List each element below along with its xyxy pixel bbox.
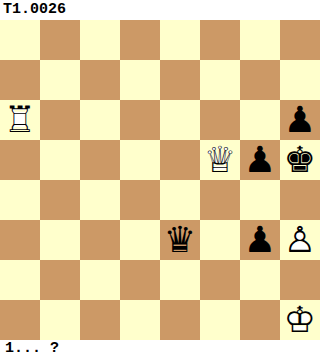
square-h1[interactable]: ♚♔ <box>280 300 320 340</box>
white-queen[interactable]: ♕ <box>200 140 240 180</box>
square-d2[interactable] <box>120 260 160 300</box>
square-h3[interactable]: ♟♙ <box>280 220 320 260</box>
square-f7[interactable] <box>200 60 240 100</box>
square-e7[interactable] <box>160 60 200 100</box>
black-queen[interactable]: ♛ <box>160 220 200 260</box>
square-a4[interactable] <box>0 180 40 220</box>
square-e4[interactable] <box>160 180 200 220</box>
square-b2[interactable] <box>40 260 80 300</box>
square-d4[interactable] <box>120 180 160 220</box>
square-d8[interactable] <box>120 20 160 60</box>
square-e3[interactable]: ♛ <box>160 220 200 260</box>
square-f5[interactable]: ♛♕ <box>200 140 240 180</box>
square-g7[interactable] <box>240 60 280 100</box>
square-g4[interactable] <box>240 180 280 220</box>
square-h8[interactable] <box>280 20 320 60</box>
white-rook[interactable]: ♖ <box>0 100 40 140</box>
square-b4[interactable] <box>40 180 80 220</box>
square-c3[interactable] <box>80 220 120 260</box>
square-g6[interactable] <box>240 100 280 140</box>
square-h6[interactable]: ♟ <box>280 100 320 140</box>
square-h4[interactable] <box>280 180 320 220</box>
square-c4[interactable] <box>80 180 120 220</box>
move-prompt-label: 1... ? <box>5 340 59 358</box>
square-a3[interactable] <box>0 220 40 260</box>
square-a7[interactable] <box>0 60 40 100</box>
puzzle-id-label: T1.0026 <box>3 1 66 19</box>
square-c1[interactable] <box>80 300 120 340</box>
square-a2[interactable] <box>0 260 40 300</box>
square-c2[interactable] <box>80 260 120 300</box>
square-a6[interactable]: ♜♖ <box>0 100 40 140</box>
square-d6[interactable] <box>120 100 160 140</box>
square-h5[interactable]: ♚ <box>280 140 320 180</box>
square-e1[interactable] <box>160 300 200 340</box>
chess-board: ♜♖♟♛♕♟♚♛♟♟♙♚♔ <box>0 20 320 340</box>
square-a5[interactable] <box>0 140 40 180</box>
square-c6[interactable] <box>80 100 120 140</box>
square-g2[interactable] <box>240 260 280 300</box>
square-d3[interactable] <box>120 220 160 260</box>
square-a8[interactable] <box>0 20 40 60</box>
square-f6[interactable] <box>200 100 240 140</box>
square-b3[interactable] <box>40 220 80 260</box>
black-pawn[interactable]: ♟ <box>240 220 280 260</box>
square-e2[interactable] <box>160 260 200 300</box>
square-b1[interactable] <box>40 300 80 340</box>
square-b6[interactable] <box>40 100 80 140</box>
square-d1[interactable] <box>120 300 160 340</box>
square-f3[interactable] <box>200 220 240 260</box>
square-b7[interactable] <box>40 60 80 100</box>
white-king[interactable]: ♔ <box>280 300 320 340</box>
square-e8[interactable] <box>160 20 200 60</box>
square-h2[interactable] <box>280 260 320 300</box>
square-f4[interactable] <box>200 180 240 220</box>
square-c8[interactable] <box>80 20 120 60</box>
square-g8[interactable] <box>240 20 280 60</box>
square-g1[interactable] <box>240 300 280 340</box>
square-c5[interactable] <box>80 140 120 180</box>
square-d5[interactable] <box>120 140 160 180</box>
square-f1[interactable] <box>200 300 240 340</box>
chess-puzzle-page: T1.0026 ♜♖♟♛♕♟♚♛♟♟♙♚♔ 1... ? <box>0 0 320 360</box>
square-b8[interactable] <box>40 20 80 60</box>
square-f8[interactable] <box>200 20 240 60</box>
square-a1[interactable] <box>0 300 40 340</box>
square-g5[interactable]: ♟ <box>240 140 280 180</box>
square-f2[interactable] <box>200 260 240 300</box>
square-g3[interactable]: ♟ <box>240 220 280 260</box>
square-b5[interactable] <box>40 140 80 180</box>
black-pawn[interactable]: ♟ <box>280 100 320 140</box>
black-king[interactable]: ♚ <box>280 140 320 180</box>
white-pawn[interactable]: ♙ <box>280 220 320 260</box>
square-h7[interactable] <box>280 60 320 100</box>
black-pawn[interactable]: ♟ <box>240 140 280 180</box>
square-d7[interactable] <box>120 60 160 100</box>
square-e6[interactable] <box>160 100 200 140</box>
square-e5[interactable] <box>160 140 200 180</box>
square-c7[interactable] <box>80 60 120 100</box>
